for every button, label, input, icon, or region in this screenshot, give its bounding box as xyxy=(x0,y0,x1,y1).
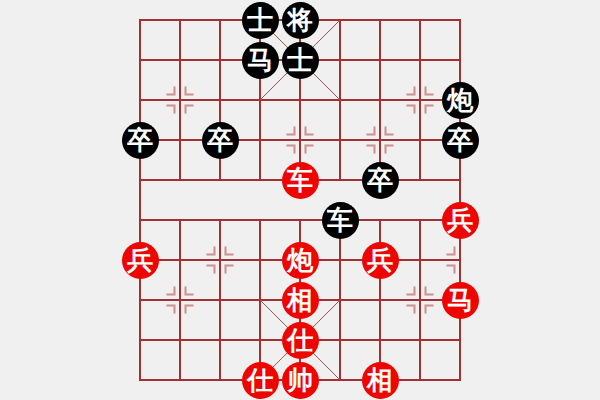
piece-black-horse[interactable]: 马 xyxy=(242,42,279,79)
piece-black-general[interactable]: 将 xyxy=(282,2,319,39)
piece-red-horse[interactable]: 马 xyxy=(442,282,479,319)
piece-black-soldier[interactable]: 卒 xyxy=(202,122,239,159)
piece-red-soldier[interactable]: 兵 xyxy=(442,202,479,239)
piece-red-elephant[interactable]: 相 xyxy=(362,362,399,399)
xiangqi-app: 士将马士炮卒卒卒卒车车兵兵炮兵相马仕仕帅相 xyxy=(0,0,600,400)
piece-red-advisor[interactable]: 仕 xyxy=(282,322,319,359)
piece-black-soldier[interactable]: 卒 xyxy=(442,122,479,159)
piece-red-elephant[interactable]: 相 xyxy=(282,282,319,319)
piece-red-general[interactable]: 帅 xyxy=(282,362,319,399)
piece-black-advisor[interactable]: 士 xyxy=(282,42,319,79)
piece-black-soldier[interactable]: 卒 xyxy=(122,122,159,159)
piece-black-chariot[interactable]: 车 xyxy=(322,202,359,239)
piece-red-soldier[interactable]: 兵 xyxy=(122,242,159,279)
piece-black-advisor[interactable]: 士 xyxy=(242,2,279,39)
piece-red-chariot[interactable]: 车 xyxy=(282,162,319,199)
pieces-layer: 士将马士炮卒卒卒卒车车兵兵炮兵相马仕仕帅相 xyxy=(120,0,480,400)
piece-red-cannon[interactable]: 炮 xyxy=(282,242,319,279)
xiangqi-board[interactable]: 士将马士炮卒卒卒卒车车兵兵炮兵相马仕仕帅相 xyxy=(0,0,600,400)
piece-red-soldier[interactable]: 兵 xyxy=(362,242,399,279)
piece-black-cannon[interactable]: 炮 xyxy=(442,82,479,119)
piece-red-advisor[interactable]: 仕 xyxy=(242,362,279,399)
piece-black-soldier[interactable]: 卒 xyxy=(362,162,399,199)
